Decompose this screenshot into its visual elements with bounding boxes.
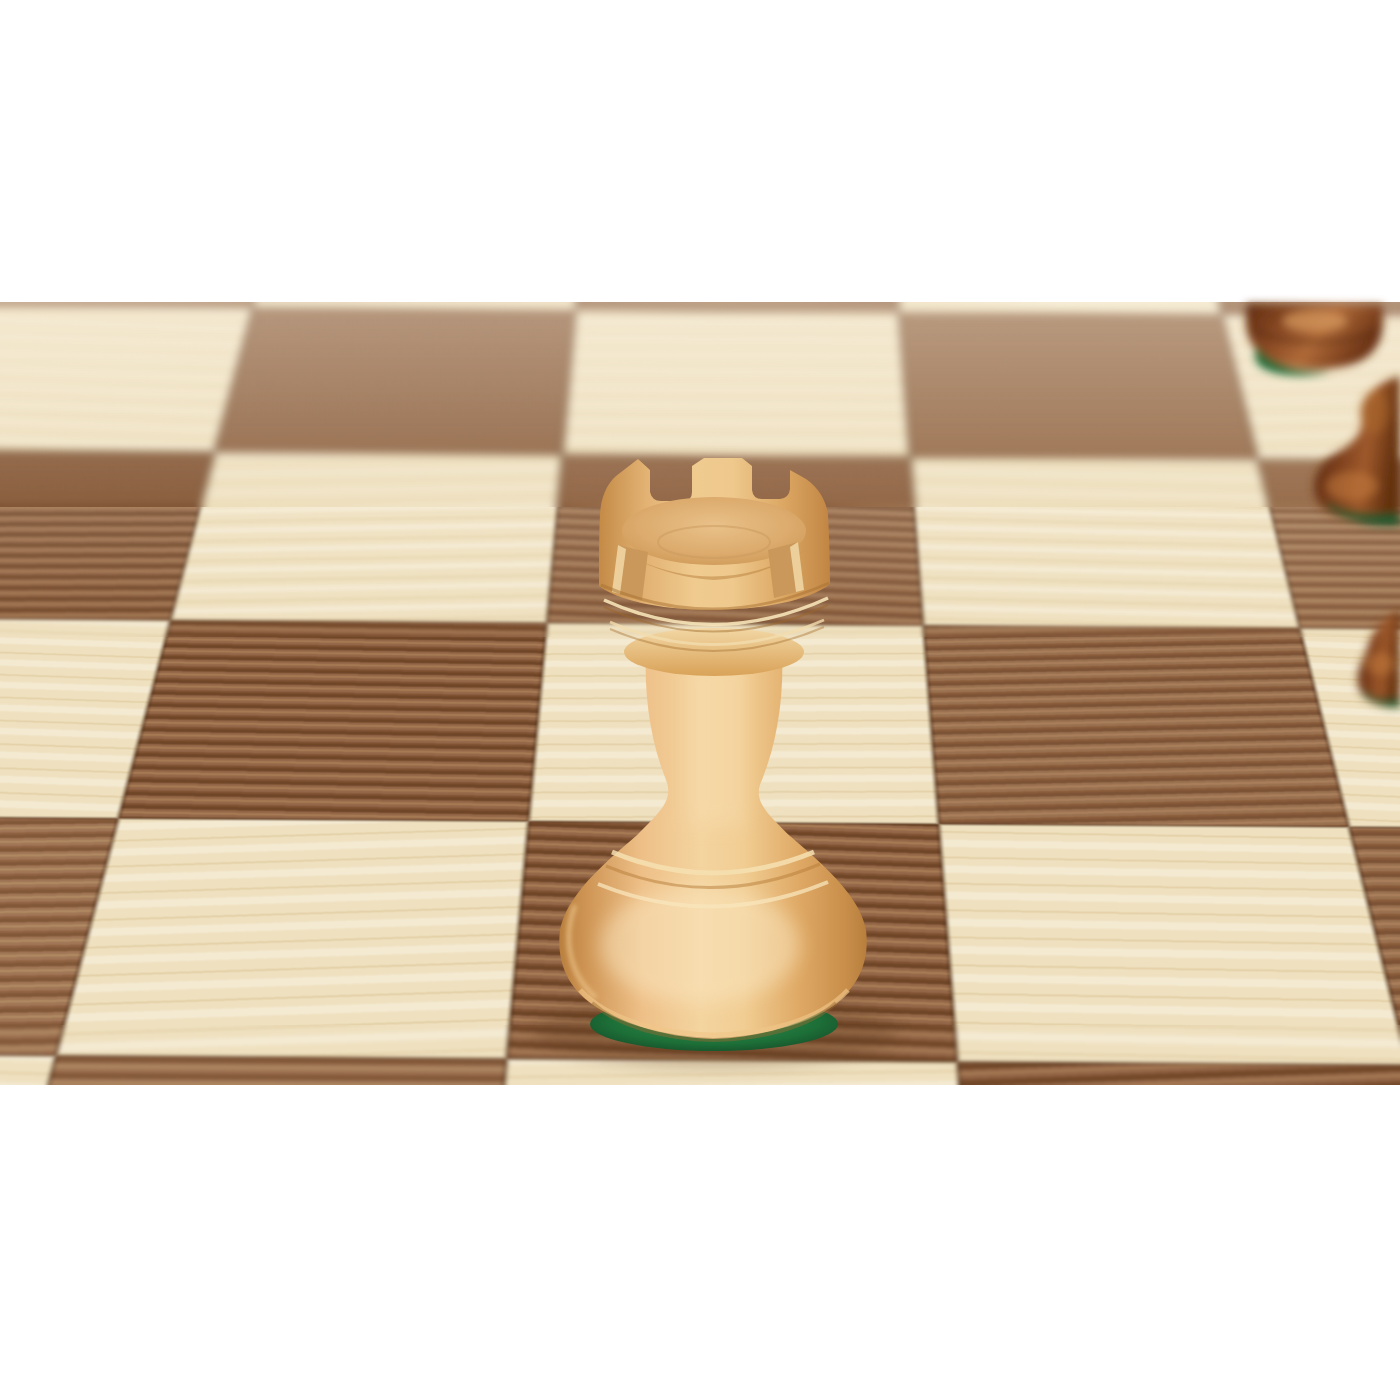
letterbox-top (0, 0, 1400, 302)
dark-square (957, 1062, 1400, 1085)
dark-square (507, 821, 958, 1062)
product-photo-frame (0, 0, 1400, 1400)
dark-square (899, 313, 1258, 460)
light-square (529, 623, 939, 824)
light-square (0, 306, 253, 452)
dark-square (0, 1056, 507, 1085)
light-square (910, 457, 1300, 628)
letterbox-bottom (0, 1085, 1400, 1400)
light-square (562, 310, 910, 457)
light-square (480, 1059, 980, 1085)
light-square (0, 1052, 56, 1085)
dark-square (215, 308, 576, 455)
chessboard-photo (0, 302, 1400, 1085)
light-square (170, 452, 562, 623)
dark-square (547, 455, 923, 626)
light-square (939, 824, 1400, 1065)
light-square (56, 818, 529, 1058)
chessboard (0, 302, 1400, 1085)
dark-square (118, 620, 546, 821)
dark-square (923, 625, 1349, 826)
